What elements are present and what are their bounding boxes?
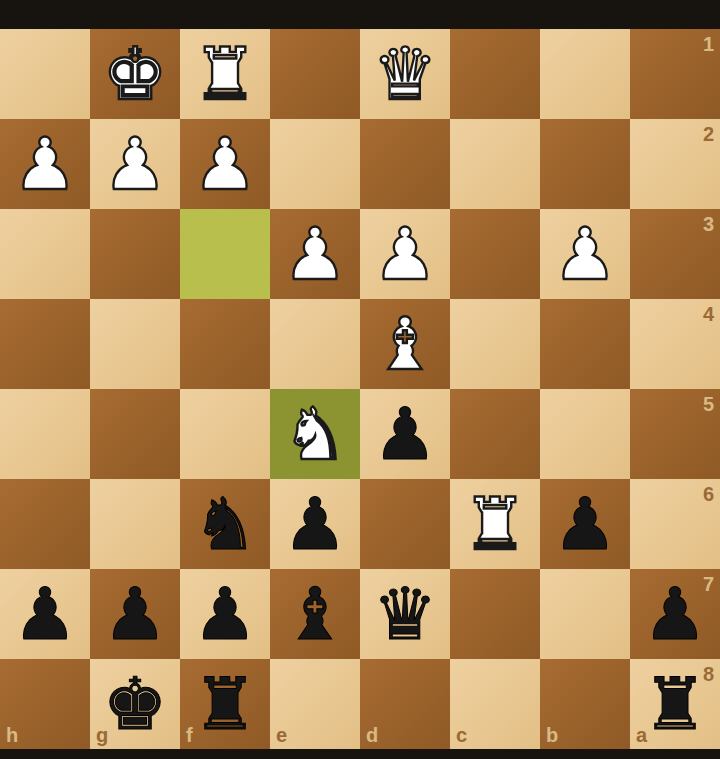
square-f4[interactable] bbox=[180, 299, 270, 389]
square-g5[interactable] bbox=[90, 389, 180, 479]
square-d5[interactable]: ♟ bbox=[360, 389, 450, 479]
square-g8[interactable]: ♚g bbox=[90, 659, 180, 749]
white-bishop-d4[interactable]: ♝ bbox=[373, 299, 438, 389]
square-h4[interactable] bbox=[0, 299, 90, 389]
white-pawn-g2[interactable]: ♟ bbox=[103, 119, 168, 209]
square-a6[interactable]: 6 bbox=[630, 479, 720, 569]
rank-label-6: 6 bbox=[703, 484, 714, 504]
black-pawn-a7[interactable]: ♟ bbox=[643, 569, 708, 659]
square-d6[interactable] bbox=[360, 479, 450, 569]
square-f2[interactable]: ♟ bbox=[180, 119, 270, 209]
black-pawn-g7[interactable]: ♟ bbox=[103, 569, 168, 659]
square-g3[interactable] bbox=[90, 209, 180, 299]
square-a8[interactable]: ♜8a bbox=[630, 659, 720, 749]
black-knight-f6[interactable]: ♞ bbox=[193, 479, 258, 569]
file-label-c: c bbox=[456, 725, 467, 745]
square-e1[interactable] bbox=[270, 29, 360, 119]
square-c6[interactable]: ♜ bbox=[450, 479, 540, 569]
square-b3[interactable]: ♟ bbox=[540, 209, 630, 299]
rank-label-2: 2 bbox=[703, 124, 714, 144]
square-h5[interactable] bbox=[0, 389, 90, 479]
square-c2[interactable] bbox=[450, 119, 540, 209]
square-e5[interactable]: ♞ bbox=[270, 389, 360, 479]
white-knight-e5[interactable]: ♞ bbox=[283, 389, 348, 479]
square-f5[interactable] bbox=[180, 389, 270, 479]
white-pawn-f2[interactable]: ♟ bbox=[193, 119, 258, 209]
white-rook-f1[interactable]: ♜ bbox=[193, 29, 258, 119]
square-a4[interactable]: 4 bbox=[630, 299, 720, 389]
top-frame-bar bbox=[0, 0, 720, 29]
square-a1[interactable]: 1 bbox=[630, 29, 720, 119]
square-e2[interactable] bbox=[270, 119, 360, 209]
square-b5[interactable] bbox=[540, 389, 630, 479]
white-rook-c6[interactable]: ♜ bbox=[463, 479, 528, 569]
square-b2[interactable] bbox=[540, 119, 630, 209]
square-h3[interactable] bbox=[0, 209, 90, 299]
rank-label-3: 3 bbox=[703, 214, 714, 234]
square-a3[interactable]: 3 bbox=[630, 209, 720, 299]
square-d2[interactable] bbox=[360, 119, 450, 209]
file-label-b: b bbox=[546, 725, 558, 745]
square-d1[interactable]: ♛ bbox=[360, 29, 450, 119]
white-king-g1[interactable]: ♚ bbox=[103, 29, 168, 119]
square-e3[interactable]: ♟ bbox=[270, 209, 360, 299]
square-g6[interactable] bbox=[90, 479, 180, 569]
black-pawn-h7[interactable]: ♟ bbox=[13, 569, 78, 659]
square-e8[interactable]: e bbox=[270, 659, 360, 749]
white-pawn-e3[interactable]: ♟ bbox=[283, 209, 348, 299]
black-pawn-d5[interactable]: ♟ bbox=[373, 389, 438, 479]
white-pawn-b3[interactable]: ♟ bbox=[553, 209, 618, 299]
square-f7[interactable]: ♟ bbox=[180, 569, 270, 659]
square-d3[interactable]: ♟ bbox=[360, 209, 450, 299]
rank-label-1: 1 bbox=[703, 34, 714, 54]
black-queen-d7[interactable]: ♛ bbox=[373, 569, 438, 659]
square-c4[interactable] bbox=[450, 299, 540, 389]
square-h1[interactable] bbox=[0, 29, 90, 119]
square-b6[interactable]: ♟ bbox=[540, 479, 630, 569]
square-h6[interactable] bbox=[0, 479, 90, 569]
white-pawn-h2[interactable]: ♟ bbox=[13, 119, 78, 209]
square-e4[interactable] bbox=[270, 299, 360, 389]
square-e7[interactable]: ♝ bbox=[270, 569, 360, 659]
file-label-d: d bbox=[366, 725, 378, 745]
square-c3[interactable] bbox=[450, 209, 540, 299]
black-pawn-b6[interactable]: ♟ bbox=[553, 479, 618, 569]
square-d8[interactable]: d bbox=[360, 659, 450, 749]
rank-label-4: 4 bbox=[703, 304, 714, 324]
chess-app-window: ♚♜♛1♟♟♟2♟♟♟3♝4♞♟5♞♟♜♟6♟♟♟♝♛♟7h♚g♜fedcb♜8… bbox=[0, 0, 720, 759]
black-rook-f8[interactable]: ♜ bbox=[193, 659, 258, 749]
square-f8[interactable]: ♜f bbox=[180, 659, 270, 749]
black-pawn-e6[interactable]: ♟ bbox=[283, 479, 348, 569]
square-g7[interactable]: ♟ bbox=[90, 569, 180, 659]
square-a5[interactable]: 5 bbox=[630, 389, 720, 479]
square-b8[interactable]: b bbox=[540, 659, 630, 749]
white-queen-d1[interactable]: ♛ bbox=[373, 29, 438, 119]
square-h2[interactable]: ♟ bbox=[0, 119, 90, 209]
square-c7[interactable] bbox=[450, 569, 540, 659]
square-b1[interactable] bbox=[540, 29, 630, 119]
file-label-f: f bbox=[186, 725, 193, 745]
square-f1[interactable]: ♜ bbox=[180, 29, 270, 119]
black-king-g8[interactable]: ♚ bbox=[103, 659, 168, 749]
black-rook-a8[interactable]: ♜ bbox=[643, 659, 708, 749]
square-a2[interactable]: 2 bbox=[630, 119, 720, 209]
rank-label-5: 5 bbox=[703, 394, 714, 414]
square-h8[interactable]: h bbox=[0, 659, 90, 749]
square-b4[interactable] bbox=[540, 299, 630, 389]
square-e6[interactable]: ♟ bbox=[270, 479, 360, 569]
square-g1[interactable]: ♚ bbox=[90, 29, 180, 119]
square-g4[interactable] bbox=[90, 299, 180, 389]
file-label-h: h bbox=[6, 725, 18, 745]
square-d4[interactable]: ♝ bbox=[360, 299, 450, 389]
bottom-frame-bar bbox=[0, 749, 720, 759]
square-c1[interactable] bbox=[450, 29, 540, 119]
white-pawn-d3[interactable]: ♟ bbox=[373, 209, 438, 299]
square-b7[interactable] bbox=[540, 569, 630, 659]
square-c5[interactable] bbox=[450, 389, 540, 479]
square-h7[interactable]: ♟ bbox=[0, 569, 90, 659]
black-pawn-f7[interactable]: ♟ bbox=[193, 569, 258, 659]
square-f6[interactable]: ♞ bbox=[180, 479, 270, 569]
file-label-e: e bbox=[276, 725, 287, 745]
square-a7[interactable]: ♟7 bbox=[630, 569, 720, 659]
square-d7[interactable]: ♛ bbox=[360, 569, 450, 659]
square-g2[interactable]: ♟ bbox=[90, 119, 180, 209]
square-f3[interactable] bbox=[180, 209, 270, 299]
chess-board: ♚♜♛1♟♟♟2♟♟♟3♝4♞♟5♞♟♜♟6♟♟♟♝♛♟7h♚g♜fedcb♜8… bbox=[0, 29, 720, 749]
black-bishop-e7[interactable]: ♝ bbox=[283, 569, 348, 659]
square-c8[interactable]: c bbox=[450, 659, 540, 749]
